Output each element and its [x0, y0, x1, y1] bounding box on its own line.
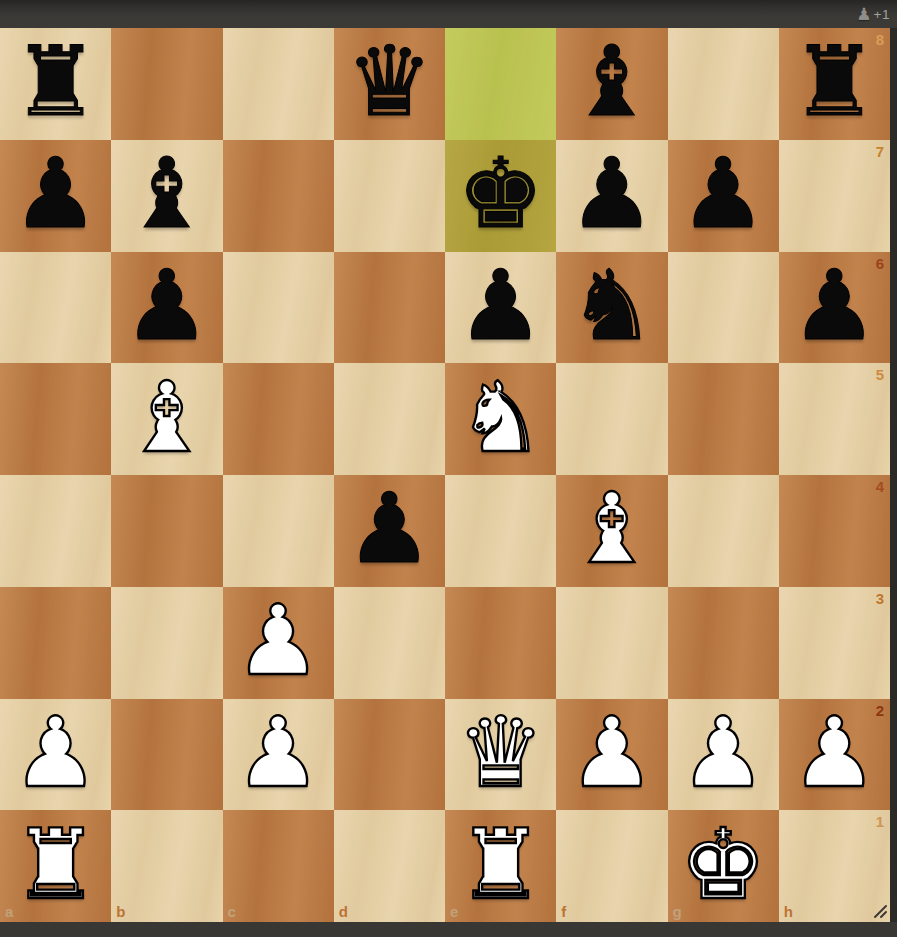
- square-f6[interactable]: ♞: [556, 252, 667, 364]
- white-pawn-c3[interactable]: ♟: [223, 587, 334, 699]
- white-pawn-c2[interactable]: ♟: [223, 699, 334, 811]
- white-bishop-b5[interactable]: ♝: [111, 363, 222, 475]
- square-d7[interactable]: [334, 140, 445, 252]
- square-h7[interactable]: 7: [779, 140, 890, 252]
- white-pawn-f2[interactable]: ♟: [556, 699, 667, 811]
- material-advantage-value: +1: [874, 7, 890, 22]
- square-b6[interactable]: ♟: [111, 252, 222, 364]
- square-e8[interactable]: [445, 28, 556, 140]
- rank-label-1: 1: [876, 814, 884, 829]
- square-a5[interactable]: [0, 363, 111, 475]
- square-b5[interactable]: ♝: [111, 363, 222, 475]
- black-king-e7[interactable]: ♚: [445, 140, 556, 252]
- square-g1[interactable]: ♚g: [668, 810, 779, 922]
- square-d8[interactable]: ♛: [334, 28, 445, 140]
- black-knight-f6[interactable]: ♞: [556, 252, 667, 364]
- file-label-h: h: [784, 904, 793, 919]
- square-d3[interactable]: [334, 587, 445, 699]
- chess-app-screen: ♟ +1 ♜♛♝♜8♟♝♚♟♟7♟♟♞♟6♝♞5♟♝4♟3♟♟♛♟♟♟2♜abc…: [0, 0, 897, 937]
- material-advantage-indicator: ♟ +1: [856, 6, 890, 23]
- square-d6[interactable]: [334, 252, 445, 364]
- square-e3[interactable]: [445, 587, 556, 699]
- black-pawn-d4[interactable]: ♟: [334, 475, 445, 587]
- board-container: ♜♛♝♜8♟♝♚♟♟7♟♟♞♟6♝♞5♟♝4♟3♟♟♛♟♟♟2♜abcd♜ef♚…: [0, 28, 897, 922]
- file-label-d: d: [339, 904, 348, 919]
- square-c6[interactable]: [223, 252, 334, 364]
- square-b4[interactable]: [111, 475, 222, 587]
- square-a7[interactable]: ♟: [0, 140, 111, 252]
- square-g4[interactable]: [668, 475, 779, 587]
- file-label-b: b: [116, 904, 125, 919]
- black-pawn-b6[interactable]: ♟: [111, 252, 222, 364]
- square-h4[interactable]: 4: [779, 475, 890, 587]
- square-a6[interactable]: [0, 252, 111, 364]
- rank-label-7: 7: [876, 144, 884, 159]
- square-c8[interactable]: [223, 28, 334, 140]
- white-queen-e2[interactable]: ♛: [445, 699, 556, 811]
- square-f8[interactable]: ♝: [556, 28, 667, 140]
- square-a1[interactable]: ♜a: [0, 810, 111, 922]
- square-b3[interactable]: [111, 587, 222, 699]
- square-c3[interactable]: ♟: [223, 587, 334, 699]
- file-label-c: c: [228, 904, 236, 919]
- square-c5[interactable]: [223, 363, 334, 475]
- white-pawn-g2[interactable]: ♟: [668, 699, 779, 811]
- square-h2[interactable]: ♟2: [779, 699, 890, 811]
- pawn-icon: ♟: [856, 6, 871, 23]
- board-resize-handle[interactable]: [873, 904, 888, 919]
- square-f1[interactable]: f: [556, 810, 667, 922]
- square-d2[interactable]: [334, 699, 445, 811]
- square-b2[interactable]: [111, 699, 222, 811]
- rank-label-3: 3: [876, 591, 884, 606]
- square-f4[interactable]: ♝: [556, 475, 667, 587]
- square-e6[interactable]: ♟: [445, 252, 556, 364]
- square-d4[interactable]: ♟: [334, 475, 445, 587]
- square-f2[interactable]: ♟: [556, 699, 667, 811]
- black-bishop-f8[interactable]: ♝: [556, 28, 667, 140]
- white-pawn-h2[interactable]: ♟: [779, 699, 890, 811]
- rank-label-5: 5: [876, 367, 884, 382]
- square-g3[interactable]: [668, 587, 779, 699]
- bottom-bar: [0, 922, 897, 937]
- chess-board[interactable]: ♜♛♝♜8♟♝♚♟♟7♟♟♞♟6♝♞5♟♝4♟3♟♟♛♟♟♟2♜abcd♜ef♚…: [0, 28, 890, 922]
- black-queen-d8[interactable]: ♛: [334, 28, 445, 140]
- square-c1[interactable]: c: [223, 810, 334, 922]
- square-f5[interactable]: [556, 363, 667, 475]
- square-e1[interactable]: ♜e: [445, 810, 556, 922]
- white-rook-e1[interactable]: ♜: [445, 810, 556, 922]
- square-h6[interactable]: ♟6: [779, 252, 890, 364]
- file-label-f: f: [561, 904, 566, 919]
- black-pawn-f7[interactable]: ♟: [556, 140, 667, 252]
- black-pawn-a7[interactable]: ♟: [0, 140, 111, 252]
- square-c2[interactable]: ♟: [223, 699, 334, 811]
- square-b7[interactable]: ♝: [111, 140, 222, 252]
- square-b1[interactable]: b: [111, 810, 222, 922]
- square-e5[interactable]: ♞: [445, 363, 556, 475]
- square-a8[interactable]: ♜: [0, 28, 111, 140]
- black-pawn-g7[interactable]: ♟: [668, 140, 779, 252]
- white-knight-e5[interactable]: ♞: [445, 363, 556, 475]
- square-h8[interactable]: ♜8: [779, 28, 890, 140]
- square-h3[interactable]: 3: [779, 587, 890, 699]
- white-bishop-f4[interactable]: ♝: [556, 475, 667, 587]
- square-g2[interactable]: ♟: [668, 699, 779, 811]
- square-c4[interactable]: [223, 475, 334, 587]
- square-e2[interactable]: ♛: [445, 699, 556, 811]
- square-c7[interactable]: [223, 140, 334, 252]
- square-h5[interactable]: 5: [779, 363, 890, 475]
- black-pawn-e6[interactable]: ♟: [445, 252, 556, 364]
- square-a3[interactable]: [0, 587, 111, 699]
- rank-label-4: 4: [876, 479, 884, 494]
- square-d1[interactable]: d: [334, 810, 445, 922]
- square-d5[interactable]: [334, 363, 445, 475]
- square-g8[interactable]: [668, 28, 779, 140]
- square-g5[interactable]: [668, 363, 779, 475]
- black-rook-a8[interactable]: ♜: [0, 28, 111, 140]
- square-e7[interactable]: ♚: [445, 140, 556, 252]
- square-e4[interactable]: [445, 475, 556, 587]
- square-b8[interactable]: [111, 28, 222, 140]
- square-g6[interactable]: [668, 252, 779, 364]
- black-bishop-b7[interactable]: ♝: [111, 140, 222, 252]
- square-g7[interactable]: ♟: [668, 140, 779, 252]
- player-bar-top: ♟ +1: [0, 0, 897, 28]
- square-a4[interactable]: [0, 475, 111, 587]
- white-pawn-a2[interactable]: ♟: [0, 699, 111, 811]
- white-king-g1[interactable]: ♚: [668, 810, 779, 922]
- white-rook-a1[interactable]: ♜: [0, 810, 111, 922]
- black-rook-h8[interactable]: ♜: [779, 28, 890, 140]
- square-a2[interactable]: ♟: [0, 699, 111, 811]
- square-f7[interactable]: ♟: [556, 140, 667, 252]
- black-pawn-h6[interactable]: ♟: [779, 252, 890, 364]
- square-f3[interactable]: [556, 587, 667, 699]
